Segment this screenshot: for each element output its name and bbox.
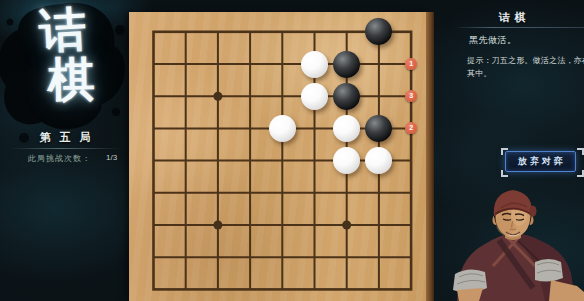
left-panel: 诘 棋 第五局 此局挑战次数： 1/3 <box>0 0 130 301</box>
tsumego-game-screen: 诘 棋 第五局 此局挑战次数： 1/3 <box>0 0 584 301</box>
black-stone <box>333 51 360 78</box>
calligraphy-title: 诘 棋 <box>23 4 104 107</box>
board-side-edge <box>426 12 434 301</box>
calligraphy-char-1: 诘 <box>23 4 102 58</box>
white-stone <box>301 51 328 78</box>
hint-text-line2: 其中。 <box>467 68 492 79</box>
hint-text-line1: 提示：刀五之形。做活之法，亦在 <box>467 55 584 66</box>
forfeit-button-corner-ornament <box>577 170 584 177</box>
forfeit-button-corner-ornament <box>501 148 508 155</box>
forfeit-button-corner-ornament <box>501 170 508 177</box>
left-divider <box>10 148 122 149</box>
white-stone <box>333 115 360 142</box>
forfeit-button-corner-ornament <box>577 148 584 155</box>
calligraphy-char-2: 棋 <box>33 55 110 106</box>
objective-text: 黑先做活。 <box>469 34 517 47</box>
move-marker-1: 1 <box>405 58 417 70</box>
panel-title: 诘棋 <box>440 10 584 25</box>
challenge-count-value: 1/3 <box>106 153 117 162</box>
black-stone <box>333 83 360 110</box>
white-stone <box>301 83 328 110</box>
go-board[interactable]: 132 <box>129 12 434 301</box>
challenge-count-label: 此局挑战次数： <box>28 153 91 164</box>
board-face: 132 <box>129 12 426 301</box>
round-label: 第五局 <box>0 130 130 145</box>
white-stone <box>269 115 296 142</box>
forfeit-button[interactable]: 放弃对弈 <box>505 151 576 172</box>
character-portrait <box>449 180 584 301</box>
title-underline <box>454 27 584 28</box>
